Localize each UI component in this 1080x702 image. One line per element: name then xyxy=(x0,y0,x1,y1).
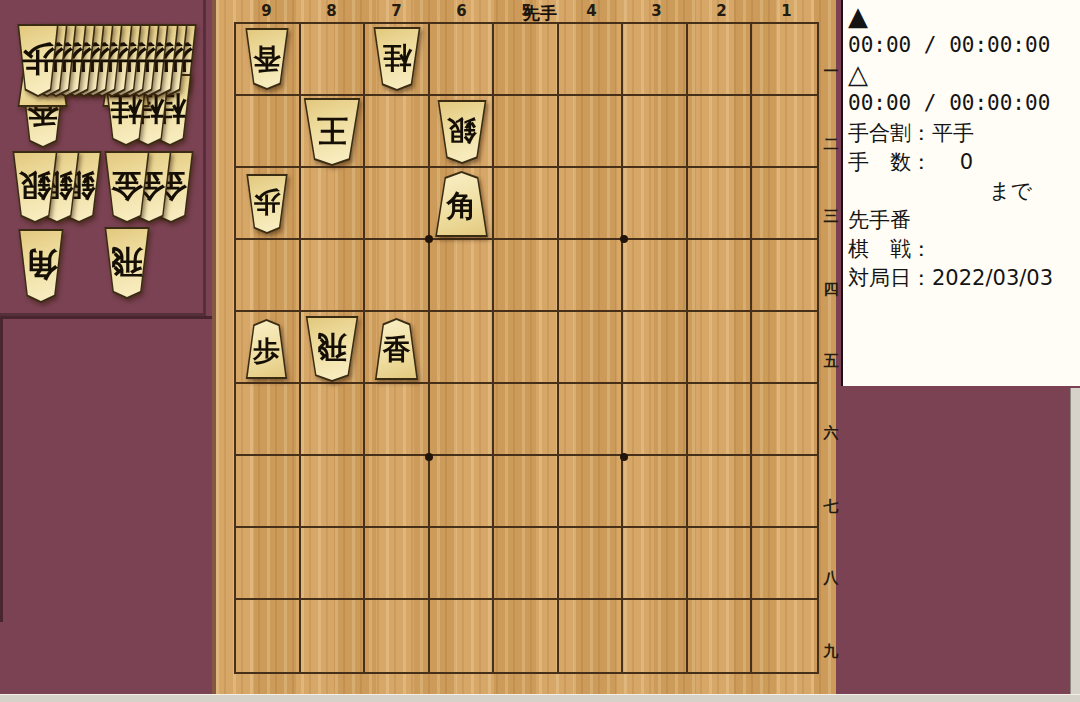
board-cell-7九[interactable] xyxy=(365,600,430,672)
board-cell-6八[interactable] xyxy=(430,528,495,600)
board-cell-4七[interactable] xyxy=(559,456,624,528)
rank-label-5: 五 xyxy=(822,352,840,371)
board-cell-4四[interactable] xyxy=(559,240,624,312)
rank-label-2: 二 xyxy=(822,135,840,154)
date-line: 対局日：2022/03/03 xyxy=(848,264,1076,292)
board-piece-pawn-gote[interactable]: 歩 xyxy=(245,174,289,234)
board-cell-4五[interactable] xyxy=(559,312,624,384)
board-cell-4九[interactable] xyxy=(559,600,624,672)
board-cell-5八[interactable] xyxy=(494,528,559,600)
board-cell-1五[interactable] xyxy=(752,312,817,384)
board-cell-6一[interactable] xyxy=(430,24,495,96)
board-cell-5七[interactable] xyxy=(494,456,559,528)
made-suffix: まで xyxy=(848,177,1076,205)
lance-kanji: 香 xyxy=(244,28,290,90)
star-point xyxy=(620,453,628,461)
sente-clock: 00:00 / 00:00:00 xyxy=(848,33,1076,57)
gote-turn-mark: △ xyxy=(848,59,1076,89)
board-cell-4二[interactable] xyxy=(559,96,624,168)
board-cell-2三[interactable] xyxy=(688,168,753,240)
bishop-kanji: 角 xyxy=(17,229,65,303)
board-cell-6七[interactable] xyxy=(430,456,495,528)
turn-line: 先手番 xyxy=(848,206,1076,234)
board-cell-5五[interactable] xyxy=(494,312,559,384)
board-cell-1三[interactable] xyxy=(752,168,817,240)
rank-label-8: 八 xyxy=(822,569,840,588)
board-cell-2二[interactable] xyxy=(688,96,753,168)
sente-tray-label: 先手 xyxy=(0,2,1080,25)
gold-kanji: 金 xyxy=(103,151,151,223)
board-cell-9四[interactable] xyxy=(236,240,301,312)
board-cell-8七[interactable] xyxy=(301,456,366,528)
board-cell-4八[interactable] xyxy=(559,528,624,600)
board-cell-6五[interactable] xyxy=(430,312,495,384)
gote-clock: 00:00 / 00:00:00 xyxy=(848,91,1076,115)
board-piece-bishop-sente[interactable]: 角 xyxy=(434,171,490,237)
board-cell-2七[interactable] xyxy=(688,456,753,528)
board-cell-4三[interactable] xyxy=(559,168,624,240)
board-cell-8一[interactable] xyxy=(301,24,366,96)
board-cell-5一[interactable] xyxy=(494,24,559,96)
board-cell-1二[interactable] xyxy=(752,96,817,168)
board-cell-9七[interactable] xyxy=(236,456,301,528)
board-cell-8六[interactable] xyxy=(301,384,366,456)
board-cell-3九[interactable] xyxy=(623,600,688,672)
board-cell-5三[interactable] xyxy=(494,168,559,240)
board-cell-4六[interactable] xyxy=(559,384,624,456)
board-cell-6九[interactable] xyxy=(430,600,495,672)
board-piece-pawn-sente[interactable]: 歩 xyxy=(245,319,289,379)
gote-hand-silver-1[interactable]: 銀 xyxy=(11,151,59,223)
board-piece-rook-gote[interactable]: 飛 xyxy=(304,316,360,382)
handicap-line: 手合割：平手 xyxy=(848,119,1076,147)
rook-kanji: 飛 xyxy=(304,316,360,382)
rank-label-9: 九 xyxy=(822,642,840,661)
shogi-board: 987654321 一二三四五六七八九 香桂王銀歩角歩飛香 xyxy=(212,0,836,702)
board-cell-1四[interactable] xyxy=(752,240,817,312)
event-line: 棋 戦： xyxy=(848,235,1076,263)
rook-kanji: 飛 xyxy=(103,227,151,299)
board-piece-knight-gote[interactable]: 桂 xyxy=(372,27,422,91)
rank-label-1: 一 xyxy=(822,62,840,81)
board-cell-2一[interactable] xyxy=(688,24,753,96)
board-cell-2九[interactable] xyxy=(688,600,753,672)
rank-label-4: 四 xyxy=(822,280,840,299)
board-piece-lance-gote[interactable]: 香 xyxy=(244,28,290,90)
board-cell-3八[interactable] xyxy=(623,528,688,600)
window-edge-strip-bottom xyxy=(0,694,1080,702)
rank-label-3: 三 xyxy=(822,207,840,226)
info-panel: ▲ 00:00 / 00:00:00 △ 00:00 / 00:00:00 手合… xyxy=(841,0,1080,386)
board-cell-4一[interactable] xyxy=(559,24,624,96)
board-cell-7六[interactable] xyxy=(365,384,430,456)
board-cell-7三[interactable] xyxy=(365,168,430,240)
board-cell-1七[interactable] xyxy=(752,456,817,528)
board-cell-3七[interactable] xyxy=(623,456,688,528)
board-cell-6四[interactable] xyxy=(430,240,495,312)
board-cell-1一[interactable] xyxy=(752,24,817,96)
board-cell-1六[interactable] xyxy=(752,384,817,456)
rank-label-6: 六 xyxy=(822,424,840,443)
board-cell-7四[interactable] xyxy=(365,240,430,312)
board-cell-9二[interactable] xyxy=(236,96,301,168)
rank-label-7: 七 xyxy=(822,497,840,516)
board-cell-5九[interactable] xyxy=(494,600,559,672)
board-cell-9六[interactable] xyxy=(236,384,301,456)
pawn-kanji: 歩 xyxy=(245,319,289,379)
board-cell-8八[interactable] xyxy=(301,528,366,600)
board-cell-7八[interactable] xyxy=(365,528,430,600)
board-piece-silver-gote[interactable]: 銀 xyxy=(436,100,488,164)
board-cell-1九[interactable] xyxy=(752,600,817,672)
board-piece-lance-sente[interactable]: 香 xyxy=(374,318,420,380)
gote-hand-bishop[interactable]: 角 xyxy=(17,229,65,303)
board-cell-3一[interactable] xyxy=(623,24,688,96)
silver-kanji: 銀 xyxy=(436,100,488,164)
board-cell-6六[interactable] xyxy=(430,384,495,456)
shogi-app-window: { "game": "shogi", "position": { "sfen":… xyxy=(0,0,1080,702)
pawn-kanji: 歩 xyxy=(245,174,289,234)
board-cell-3三[interactable] xyxy=(623,168,688,240)
board-cell-2八[interactable] xyxy=(688,528,753,600)
board-cell-8三[interactable] xyxy=(301,168,366,240)
board-cell-3二[interactable] xyxy=(623,96,688,168)
board-cell-1八[interactable] xyxy=(752,528,817,600)
board-cell-5四[interactable] xyxy=(494,240,559,312)
gote-hand-gold-1[interactable]: 金 xyxy=(103,151,151,223)
board-cell-2四[interactable] xyxy=(688,240,753,312)
board-cell-3五[interactable] xyxy=(623,312,688,384)
move-count-line: 手 数： 0 xyxy=(848,148,1076,176)
board-cell-2六[interactable] xyxy=(688,384,753,456)
silver-kanji: 銀 xyxy=(11,151,59,223)
board-cell-8四[interactable] xyxy=(301,240,366,312)
board-cell-7二[interactable] xyxy=(365,96,430,168)
board-cell-2五[interactable] xyxy=(688,312,753,384)
lance-kanji: 香 xyxy=(374,318,420,380)
board-cell-5二[interactable] xyxy=(494,96,559,168)
board-cell-3六[interactable] xyxy=(623,384,688,456)
king-kanji: 王 xyxy=(302,98,362,166)
board-cell-9八[interactable] xyxy=(236,528,301,600)
gote-hand-tray: 後手 歩歩歩歩歩歩歩歩歩歩歩歩歩歩歩歩香桂桂桂銀銀銀金金金角飛 xyxy=(0,0,206,316)
scrollbar-strip-right[interactable] xyxy=(1070,388,1080,694)
gote-hand-rook[interactable]: 飛 xyxy=(103,227,151,299)
knight-kanji: 桂 xyxy=(372,27,422,91)
board-cell-7七[interactable] xyxy=(365,456,430,528)
star-point xyxy=(425,453,433,461)
board-cell-8九[interactable] xyxy=(301,600,366,672)
sente-hand-tray: 先手 金香 xyxy=(0,316,232,622)
bishop-kanji: 角 xyxy=(434,171,490,237)
board-cell-9九[interactable] xyxy=(236,600,301,672)
gote-hand-pawn-1[interactable]: 歩 xyxy=(16,24,60,97)
board-piece-king-gote[interactable]: 王 xyxy=(302,98,362,166)
pawn-kanji: 歩 xyxy=(16,24,60,97)
board-cell-3四[interactable] xyxy=(623,240,688,312)
board-cell-5六[interactable] xyxy=(494,384,559,456)
